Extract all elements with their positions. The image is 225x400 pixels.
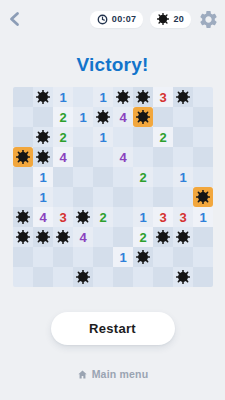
cell-r6c4[interactable] — [73, 187, 93, 207]
cell-r7c5[interactable]: 2 — [93, 207, 113, 227]
cell-r7c6[interactable] — [113, 207, 133, 227]
settings-button[interactable] — [197, 8, 219, 30]
main-menu-link[interactable]: Main menu — [0, 368, 225, 380]
cell-r3c6[interactable] — [113, 127, 133, 147]
cell-r5c2[interactable]: 1 — [33, 167, 53, 187]
cell-r6c8[interactable] — [153, 187, 173, 207]
cell-r10c6[interactable] — [113, 267, 133, 287]
cell-r10c7[interactable] — [133, 267, 153, 287]
cell-r8c6[interactable] — [113, 227, 133, 247]
mine-icon — [136, 250, 150, 264]
cell-r4c5[interactable] — [93, 147, 113, 167]
cell-r7c9[interactable]: 3 — [173, 207, 193, 227]
cell-r6c5[interactable] — [93, 187, 113, 207]
cell-r3c1[interactable] — [13, 127, 33, 147]
cell-r8c2[interactable] — [33, 227, 53, 247]
cell-r9c6[interactable]: 1 — [113, 247, 133, 267]
cell-r8c5[interactable] — [93, 227, 113, 247]
cell-r4c2[interactable] — [33, 147, 53, 167]
cell-r10c5[interactable] — [93, 267, 113, 287]
mine-icon — [136, 110, 150, 124]
mine-icon — [36, 230, 50, 244]
cell-r10c4[interactable] — [73, 267, 93, 287]
cell-r7c3[interactable]: 3 — [53, 207, 73, 227]
adjacent-count: 1 — [199, 211, 206, 224]
cell-r5c4[interactable] — [73, 167, 93, 187]
adjacent-count: 1 — [119, 251, 126, 264]
mine-icon — [116, 90, 130, 104]
cell-r4c10[interactable] — [193, 147, 213, 167]
mine-icon — [157, 13, 169, 25]
adjacent-count: 2 — [139, 231, 146, 244]
cell-r9c1[interactable] — [13, 247, 33, 267]
cell-r3c8[interactable]: 2 — [153, 127, 173, 147]
cell-r5c8[interactable] — [153, 167, 173, 187]
mine-icon — [156, 230, 170, 244]
cell-r3c7[interactable] — [133, 127, 153, 147]
cell-r7c2[interactable]: 4 — [33, 207, 53, 227]
home-icon — [77, 369, 88, 380]
cell-r6c2[interactable]: 1 — [33, 187, 53, 207]
adjacent-count: 3 — [159, 211, 166, 224]
mine-icon — [196, 190, 210, 204]
cell-r2c1[interactable] — [13, 107, 33, 127]
mine-icon — [36, 130, 50, 144]
mine-counter: 20 — [150, 11, 191, 28]
cell-r2c2[interactable] — [33, 107, 53, 127]
cell-r3c10[interactable] — [193, 127, 213, 147]
adjacent-count: 3 — [159, 91, 166, 104]
mine-icon — [16, 230, 30, 244]
adjacent-count: 3 — [59, 211, 66, 224]
cell-r9c4[interactable] — [73, 247, 93, 267]
gear-icon — [198, 9, 219, 30]
back-button[interactable] — [6, 10, 24, 28]
adjacent-count: 1 — [59, 91, 66, 104]
adjacent-count: 1 — [179, 171, 186, 184]
main-menu-label: Main menu — [92, 368, 149, 380]
victory-title: Victory! — [0, 54, 225, 76]
back-chevron-icon — [8, 11, 22, 27]
cell-r10c10[interactable] — [193, 267, 213, 287]
cell-r9c2[interactable] — [33, 247, 53, 267]
adjacent-count: 1 — [39, 171, 46, 184]
cell-r3c3[interactable]: 2 — [53, 127, 73, 147]
cell-r2c4[interactable]: 1 — [73, 107, 93, 127]
cell-r5c7[interactable]: 2 — [133, 167, 153, 187]
cell-r4c3[interactable]: 4 — [53, 147, 73, 167]
mine-icon — [56, 230, 70, 244]
cell-r6c7[interactable] — [133, 187, 153, 207]
adjacent-count: 1 — [99, 131, 106, 144]
cell-r8c1[interactable] — [13, 227, 33, 247]
cell-r10c3[interactable] — [53, 267, 73, 287]
cell-r2c7[interactable] — [133, 107, 153, 127]
adjacent-count: 1 — [99, 91, 106, 104]
adjacent-count: 1 — [79, 111, 86, 124]
cell-r7c4[interactable] — [73, 207, 93, 227]
cell-r2c8[interactable] — [153, 107, 173, 127]
cell-r4c6[interactable]: 4 — [113, 147, 133, 167]
adjacent-count: 4 — [79, 231, 86, 244]
clock-icon — [97, 14, 108, 25]
mine-icon — [176, 230, 190, 244]
cell-r6c6[interactable] — [113, 187, 133, 207]
cell-r1c8[interactable]: 3 — [153, 87, 173, 107]
cell-r10c2[interactable] — [33, 267, 53, 287]
cell-r1c1[interactable] — [13, 87, 33, 107]
cell-r8c3[interactable] — [53, 227, 73, 247]
cell-r7c10[interactable]: 1 — [193, 207, 213, 227]
cell-r1c6[interactable] — [113, 87, 133, 107]
minesweeper-victory-screen: 00:07 20 Victory! 1132142124412114321331… — [0, 0, 225, 400]
cell-r4c4[interactable] — [73, 147, 93, 167]
cell-r5c9[interactable]: 1 — [173, 167, 193, 187]
mine-icon — [16, 210, 30, 224]
cell-r3c9[interactable] — [173, 127, 193, 147]
cell-r10c9[interactable] — [173, 267, 193, 287]
cell-r9c8[interactable] — [153, 247, 173, 267]
adjacent-count: 4 — [59, 151, 66, 164]
cell-r1c9[interactable] — [173, 87, 193, 107]
cell-r9c3[interactable] — [53, 247, 73, 267]
mine-count-value: 20 — [173, 14, 184, 24]
mine-icon — [76, 270, 90, 284]
mine-icon — [176, 90, 190, 104]
cell-r6c3[interactable] — [53, 187, 73, 207]
cell-r9c9[interactable] — [173, 247, 193, 267]
cell-r8c4[interactable]: 4 — [73, 227, 93, 247]
mine-icon — [96, 110, 110, 124]
cell-r5c10[interactable] — [193, 167, 213, 187]
cell-r4c8[interactable] — [153, 147, 173, 167]
cell-r7c8[interactable]: 3 — [153, 207, 173, 227]
adjacent-count: 1 — [139, 211, 146, 224]
adjacent-count: 4 — [119, 151, 126, 164]
mine-icon — [36, 150, 50, 164]
cell-r9c10[interactable] — [193, 247, 213, 267]
cell-r2c5[interactable] — [93, 107, 113, 127]
cell-r5c6[interactable] — [113, 167, 133, 187]
cell-r2c6[interactable]: 4 — [113, 107, 133, 127]
cell-r1c2[interactable] — [33, 87, 53, 107]
adjacent-count: 2 — [159, 131, 166, 144]
cell-r8c8[interactable] — [153, 227, 173, 247]
cell-r8c10[interactable] — [193, 227, 213, 247]
cell-r4c1[interactable] — [13, 147, 33, 167]
cell-r6c10[interactable] — [193, 187, 213, 207]
top-bar: 00:07 20 — [0, 0, 225, 30]
cell-r5c3[interactable] — [53, 167, 73, 187]
adjacent-count: 4 — [39, 211, 46, 224]
adjacent-count: 2 — [139, 171, 146, 184]
cell-r3c4[interactable] — [73, 127, 93, 147]
cell-r9c5[interactable] — [93, 247, 113, 267]
adjacent-count: 4 — [119, 111, 126, 124]
cell-r4c7[interactable] — [133, 147, 153, 167]
cell-r6c9[interactable] — [173, 187, 193, 207]
cell-r10c8[interactable] — [153, 267, 173, 287]
adjacent-count: 2 — [59, 131, 66, 144]
cell-r9c7[interactable] — [133, 247, 153, 267]
mine-icon — [16, 150, 30, 164]
cell-r2c9[interactable] — [173, 107, 193, 127]
restart-button[interactable]: Restart — [51, 312, 175, 345]
cell-r1c4[interactable] — [73, 87, 93, 107]
mine-icon — [36, 90, 50, 104]
cell-r4c9[interactable] — [173, 147, 193, 167]
cell-r3c5[interactable]: 1 — [93, 127, 113, 147]
cell-r1c5[interactable]: 1 — [93, 87, 113, 107]
cell-r6c1[interactable] — [13, 187, 33, 207]
cell-r3c2[interactable] — [33, 127, 53, 147]
mine-icon — [176, 270, 190, 284]
adjacent-count: 2 — [59, 111, 66, 124]
adjacent-count: 1 — [39, 191, 46, 204]
cell-r7c7[interactable]: 1 — [133, 207, 153, 227]
cell-r2c10[interactable] — [193, 107, 213, 127]
cell-r5c1[interactable] — [13, 167, 33, 187]
cell-r2c3[interactable]: 2 — [53, 107, 73, 127]
cell-r7c1[interactable] — [13, 207, 33, 227]
cell-r1c10[interactable] — [193, 87, 213, 107]
timer-display: 00:07 — [90, 11, 144, 28]
mine-icon — [136, 90, 150, 104]
cell-r5c5[interactable] — [93, 167, 113, 187]
adjacent-count: 2 — [99, 211, 106, 224]
adjacent-count: 3 — [179, 211, 186, 224]
mine-icon — [76, 210, 90, 224]
cell-r8c7[interactable]: 2 — [133, 227, 153, 247]
cell-r10c1[interactable] — [13, 267, 33, 287]
cell-r8c9[interactable] — [173, 227, 193, 247]
timer-value: 00:07 — [112, 14, 137, 24]
cell-r1c3[interactable]: 1 — [53, 87, 73, 107]
cell-r1c7[interactable] — [133, 87, 153, 107]
board: 1132142124412114321331421 — [13, 87, 213, 287]
